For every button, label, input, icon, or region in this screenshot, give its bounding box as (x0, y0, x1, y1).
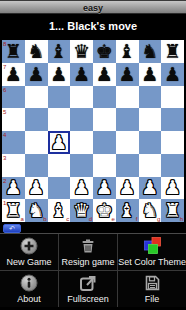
square-c2[interactable] (48, 177, 71, 200)
trash-icon (78, 236, 98, 256)
square-c3[interactable] (48, 154, 71, 177)
piece-wp-g2: ♟ (141, 178, 158, 197)
floppy-disk-icon (142, 273, 162, 293)
file-label-a: a (20, 216, 23, 222)
file-label-d: d (89, 216, 92, 222)
piece-wp-c4: ♟ (50, 133, 67, 152)
square-a5[interactable]: 5 (2, 108, 25, 131)
piece-bp-b7: ♟ (28, 65, 45, 84)
square-b6[interactable] (25, 86, 48, 109)
square-a1[interactable]: ♜1a (2, 199, 25, 222)
piece-br-h8: ♜ (164, 42, 181, 61)
square-a2[interactable]: ♟2 (2, 177, 25, 200)
square-a4[interactable]: 4 (2, 131, 25, 154)
square-b2[interactable]: ♟ (25, 177, 48, 200)
rank-label-1: 1 (3, 200, 6, 206)
square-g6[interactable] (139, 86, 162, 109)
move-status-text: 1... Black's move (49, 20, 137, 32)
square-c4[interactable]: ♟ (48, 131, 71, 154)
square-b8[interactable]: ♞ (25, 40, 48, 63)
color-squares-icon (142, 236, 162, 256)
menu-item-set-color-theme[interactable]: Set Color Theme (118, 234, 186, 271)
square-a6[interactable]: 6 (2, 86, 25, 109)
piece-wb-c1: ♝ (50, 201, 67, 220)
file-label-b: b (43, 216, 46, 222)
piece-bb-c8: ♝ (50, 42, 67, 61)
piece-bn-g8: ♞ (141, 42, 158, 61)
piece-bp-d7: ♟ (73, 65, 90, 84)
square-f1[interactable]: ♝f (116, 199, 139, 222)
file-label-f: f (136, 216, 138, 222)
rank-label-7: 7 (3, 64, 6, 70)
plus-circle-icon (19, 236, 39, 256)
piece-wp-b2: ♟ (28, 178, 45, 197)
menu-item-label: New Game (7, 257, 52, 267)
chess-app-screen: easy 1... Black's move ♜8♞♝♛♚♝♞♜♟7♟♟♟♟♟♟… (0, 0, 186, 310)
square-h7[interactable]: ♟ (161, 63, 184, 86)
menu-item-about[interactable]: About (0, 271, 59, 308)
square-h3[interactable] (161, 154, 184, 177)
rank-label-2: 2 (3, 178, 6, 184)
square-h8[interactable]: ♜ (161, 40, 184, 63)
square-a3[interactable]: 3 (2, 154, 25, 177)
square-f6[interactable] (116, 86, 139, 109)
square-g8[interactable]: ♞ (139, 40, 162, 63)
piece-wn-g1: ♞ (141, 201, 158, 220)
file-label-h: h (180, 216, 183, 222)
square-f3[interactable] (116, 154, 139, 177)
menu-item-resign-game[interactable]: Resign game (59, 234, 118, 271)
square-g7[interactable]: ♟ (139, 63, 162, 86)
square-e3[interactable] (93, 154, 116, 177)
menu-item-fullscreen[interactable]: Fullscreen (59, 271, 118, 308)
square-h5[interactable] (161, 108, 184, 131)
square-g5[interactable] (139, 108, 162, 131)
piece-bq-d8: ♛ (73, 42, 90, 61)
file-label-c: c (66, 216, 69, 222)
piece-wp-a2: ♟ (5, 178, 22, 197)
piece-bp-a7: ♟ (5, 65, 22, 84)
square-g2[interactable]: ♟ (139, 177, 162, 200)
options-menu: New Game Resign game (0, 233, 186, 307)
square-b5[interactable] (25, 108, 48, 131)
rank-label-5: 5 (3, 109, 6, 115)
square-g3[interactable] (139, 154, 162, 177)
piece-wb-f1: ♝ (119, 201, 136, 220)
menu-item-new-game[interactable]: New Game (0, 234, 59, 271)
piece-wk-e1: ♚ (96, 201, 113, 220)
square-d5[interactable] (70, 108, 93, 131)
square-c6[interactable] (48, 86, 71, 109)
piece-bp-f7: ♟ (119, 65, 136, 84)
square-e2[interactable]: ♟ (93, 177, 116, 200)
info-circle-icon (19, 273, 39, 293)
square-e4[interactable] (93, 131, 116, 154)
square-e7[interactable]: ♟ (93, 63, 116, 86)
piece-wr-a1: ♜ (5, 201, 22, 220)
piece-bp-h7: ♟ (164, 65, 181, 84)
menu-item-label: Set Color Theme (118, 257, 186, 267)
fullscreen-arrow-icon (78, 273, 98, 293)
app-title-bar: easy (0, 0, 186, 14)
piece-bn-b8: ♞ (28, 42, 45, 61)
square-b7[interactable]: ♟ (25, 63, 48, 86)
piece-bk-e8: ♚ (96, 42, 113, 61)
piece-bp-g7: ♟ (141, 65, 158, 84)
square-b1[interactable]: ♞b (25, 199, 48, 222)
file-label-g: g (157, 216, 160, 222)
square-c1[interactable]: ♝c (48, 199, 71, 222)
piece-wp-h2: ♟ (164, 178, 181, 197)
square-f4[interactable] (116, 131, 139, 154)
square-a7[interactable]: ♟7 (2, 63, 25, 86)
square-g1[interactable]: ♞g (139, 199, 162, 222)
square-f7[interactable]: ♟ (116, 63, 139, 86)
square-b3[interactable] (25, 154, 48, 177)
rank-label-8: 8 (3, 41, 6, 47)
piece-br-a8: ♜ (5, 42, 22, 61)
square-b4[interactable] (25, 131, 48, 154)
square-g4[interactable] (139, 131, 162, 154)
square-a8[interactable]: ♜8 (2, 40, 25, 63)
app-title: easy (83, 3, 103, 13)
square-e6[interactable] (93, 86, 116, 109)
square-f8[interactable]: ♝ (116, 40, 139, 63)
piece-wp-f2: ♟ (119, 178, 136, 197)
file-label-e: e (111, 216, 114, 222)
menu-item-label: File (145, 294, 160, 304)
piece-bp-c7: ♟ (50, 65, 67, 84)
rank-label-4: 4 (3, 132, 6, 138)
chess-board[interactable]: ♜8♞♝♛♚♝♞♜♟7♟♟♟♟♟♟♟654♟3♟2♟♟♟♟♟♟♜1a♞b♝c♛d… (2, 40, 184, 222)
piece-wq-d1: ♛ (73, 201, 90, 220)
menu-item-label: Resign game (62, 257, 115, 267)
square-e8[interactable]: ♚ (93, 40, 116, 63)
square-e5[interactable] (93, 108, 116, 131)
rank-label-3: 3 (3, 155, 6, 161)
menu-item-label: Fullscreen (67, 294, 109, 304)
square-c8[interactable]: ♝ (48, 40, 71, 63)
square-f5[interactable] (116, 108, 139, 131)
square-c5[interactable] (48, 108, 71, 131)
square-d2[interactable]: ♟ (70, 177, 93, 200)
menu-item-label: About (17, 294, 41, 304)
square-d1[interactable]: ♛d (70, 199, 93, 222)
piece-wr-h1: ♜ (164, 201, 181, 220)
square-c7[interactable]: ♟ (48, 63, 71, 86)
square-d7[interactable]: ♟ (70, 63, 93, 86)
square-d6[interactable] (70, 86, 93, 109)
square-h4[interactable] (161, 131, 184, 154)
square-d8[interactable]: ♛ (70, 40, 93, 63)
piece-wp-e2: ♟ (96, 178, 113, 197)
undo-button[interactable]: ↶ (3, 224, 21, 233)
square-e1[interactable]: ♚e (93, 199, 116, 222)
square-h2[interactable]: ♟ (161, 177, 184, 200)
piece-wp-d2: ♟ (73, 178, 90, 197)
square-f2[interactable]: ♟ (116, 177, 139, 200)
square-h1[interactable]: ♜h (161, 199, 184, 222)
square-d3[interactable] (70, 154, 93, 177)
square-d4[interactable] (70, 131, 93, 154)
bottom-panel: ↶ UNDO New Game (0, 223, 186, 310)
piece-wn-b1: ♞ (28, 201, 45, 220)
piece-bb-f8: ♝ (119, 42, 136, 61)
menu-item-file[interactable]: File (118, 271, 186, 308)
piece-bp-e7: ♟ (96, 65, 113, 84)
square-h6[interactable] (161, 86, 184, 109)
rank-label-6: 6 (3, 87, 6, 93)
move-status-bar: 1... Black's move (0, 14, 186, 40)
